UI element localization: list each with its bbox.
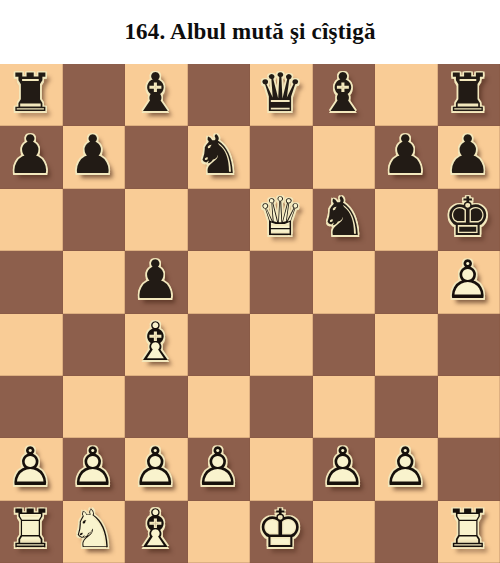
black-bishop: ♝ (319, 66, 367, 119)
white-pawn: ♟♙ (319, 440, 367, 493)
square-c8[interactable]: ♝ (125, 64, 188, 126)
white-pawn: ♟♙ (131, 440, 179, 493)
square-h8[interactable]: ♜ (438, 64, 500, 126)
white-bishop: ♝♗ (131, 502, 179, 555)
square-f1[interactable] (313, 501, 376, 563)
puzzle-title: 164. Albul mută şi cîştigă (0, 0, 500, 64)
square-g5[interactable] (375, 251, 438, 313)
square-h7[interactable]: ♟ (438, 126, 500, 188)
square-a8[interactable]: ♜ (0, 64, 63, 126)
square-b2[interactable]: ♟♙ (63, 438, 126, 500)
white-rook: ♜♖ (6, 502, 54, 555)
square-d6[interactable] (188, 189, 251, 251)
black-pawn: ♟ (69, 128, 117, 181)
square-g1[interactable] (375, 501, 438, 563)
square-f3[interactable] (313, 376, 376, 438)
white-king: ♚♔ (256, 502, 304, 555)
square-b6[interactable] (63, 189, 126, 251)
black-knight: ♞ (194, 128, 242, 181)
square-e7[interactable] (250, 126, 313, 188)
square-f2[interactable]: ♟♙ (313, 438, 376, 500)
square-f5[interactable] (313, 251, 376, 313)
square-c5[interactable]: ♟ (125, 251, 188, 313)
square-c2[interactable]: ♟♙ (125, 438, 188, 500)
black-pawn: ♟ (131, 253, 179, 306)
square-c3[interactable] (125, 376, 188, 438)
square-f8[interactable]: ♝ (313, 64, 376, 126)
square-g8[interactable] (375, 64, 438, 126)
square-c1[interactable]: ♝♗ (125, 501, 188, 563)
square-a3[interactable] (0, 376, 63, 438)
white-pawn: ♟♙ (381, 440, 429, 493)
square-b8[interactable] (63, 64, 126, 126)
square-b4[interactable] (63, 314, 126, 376)
square-a7[interactable]: ♟ (0, 126, 63, 188)
square-b3[interactable] (63, 376, 126, 438)
square-e2[interactable] (250, 438, 313, 500)
black-king: ♚ (444, 190, 492, 243)
white-pawn: ♟♙ (194, 440, 242, 493)
square-f7[interactable] (313, 126, 376, 188)
square-f4[interactable] (313, 314, 376, 376)
square-e6[interactable]: ♛♕ (250, 189, 313, 251)
square-h4[interactable] (438, 314, 500, 376)
square-c7[interactable] (125, 126, 188, 188)
square-a2[interactable]: ♟♙ (0, 438, 63, 500)
square-d7[interactable]: ♞ (188, 126, 251, 188)
square-e1[interactable]: ♚♔ (250, 501, 313, 563)
square-d4[interactable] (188, 314, 251, 376)
black-pawn: ♟ (6, 128, 54, 181)
square-a5[interactable] (0, 251, 63, 313)
square-d8[interactable] (188, 64, 251, 126)
chess-board: ♜♝♛♝♜♟♟♞♟♟♛♕♞♚♟♟♙♝♗♟♙♟♙♟♙♟♙♟♙♟♙♜♖♞♘♝♗♚♔♜… (0, 64, 500, 563)
square-b5[interactable] (63, 251, 126, 313)
black-rook: ♜ (444, 66, 492, 119)
square-d1[interactable] (188, 501, 251, 563)
square-c6[interactable] (125, 189, 188, 251)
square-a1[interactable]: ♜♖ (0, 501, 63, 563)
square-d5[interactable] (188, 251, 251, 313)
square-b7[interactable]: ♟ (63, 126, 126, 188)
square-g7[interactable]: ♟ (375, 126, 438, 188)
black-pawn: ♟ (381, 128, 429, 181)
black-queen: ♛ (256, 66, 304, 119)
white-queen: ♛♕ (256, 190, 304, 243)
square-g6[interactable] (375, 189, 438, 251)
white-pawn: ♟♙ (69, 440, 117, 493)
square-h6[interactable]: ♚ (438, 189, 500, 251)
square-e8[interactable]: ♛ (250, 64, 313, 126)
square-g4[interactable] (375, 314, 438, 376)
puzzle-page: 164. Albul mută şi cîştigă ♜♝♛♝♜♟♟♞♟♟♛♕♞… (0, 0, 500, 563)
square-e5[interactable] (250, 251, 313, 313)
square-e3[interactable] (250, 376, 313, 438)
black-pawn: ♟ (444, 128, 492, 181)
white-bishop: ♝♗ (131, 315, 179, 368)
square-e4[interactable] (250, 314, 313, 376)
black-knight: ♞ (319, 190, 367, 243)
white-rook: ♜♖ (444, 502, 492, 555)
square-h2[interactable] (438, 438, 500, 500)
square-g2[interactable]: ♟♙ (375, 438, 438, 500)
white-pawn: ♟♙ (444, 253, 492, 306)
square-a6[interactable] (0, 189, 63, 251)
square-c4[interactable]: ♝♗ (125, 314, 188, 376)
square-d2[interactable]: ♟♙ (188, 438, 251, 500)
square-h1[interactable]: ♜♖ (438, 501, 500, 563)
square-h5[interactable]: ♟♙ (438, 251, 500, 313)
black-bishop: ♝ (131, 66, 179, 119)
white-knight: ♞♘ (69, 502, 117, 555)
square-a4[interactable] (0, 314, 63, 376)
white-pawn: ♟♙ (6, 440, 54, 493)
square-h3[interactable] (438, 376, 500, 438)
black-rook: ♜ (6, 66, 54, 119)
square-d3[interactable] (188, 376, 251, 438)
square-f6[interactable]: ♞ (313, 189, 376, 251)
square-b1[interactable]: ♞♘ (63, 501, 126, 563)
square-g3[interactable] (375, 376, 438, 438)
